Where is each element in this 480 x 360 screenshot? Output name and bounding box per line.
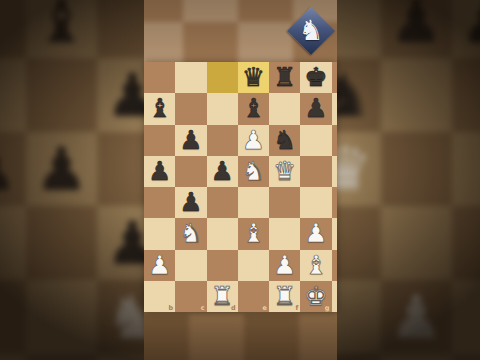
square-e7[interactable]: ♝ — [238, 93, 269, 124]
piece-white-pawn-f2[interactable]: ♟ — [269, 250, 300, 281]
bottom-filler-strip — [144, 312, 337, 360]
bg-square-g2: ♝ — [381, 354, 452, 360]
bg-piece-white-pawn-h2: ♟ — [452, 354, 480, 360]
bg-square-b3 — [26, 280, 97, 354]
board-viewport: ♜♛♜♚♝♝♟♟♟♟♞♟♟♟♞♛♟♞♝♟♟♟♝♟abc♜de♜f♚gh — [144, 62, 337, 312]
bg-square-a6 — [0, 58, 26, 132]
bg-square-b7: ♝ — [26, 0, 97, 58]
piece-white-knight-e5[interactable]: ♞ — [238, 156, 269, 187]
square-g1[interactable]: ♚g — [300, 281, 331, 312]
bg-square-b6 — [26, 58, 97, 132]
bg-square-h4 — [452, 206, 480, 280]
bg-square-a5: ♟ — [0, 132, 26, 206]
square-c6[interactable]: ♟ — [175, 125, 206, 156]
file-label-d: d — [231, 305, 236, 312]
file-label-f: f — [295, 305, 298, 312]
bg-square-b2: ♟ — [26, 354, 97, 360]
square-b7[interactable]: ♝ — [144, 93, 175, 124]
square-h6[interactable] — [332, 125, 338, 156]
square-f4[interactable] — [269, 187, 300, 218]
square-b5[interactable]: ♟ — [144, 156, 175, 187]
piece-black-pawn-g7[interactable]: ♟ — [300, 93, 331, 124]
square-b3[interactable] — [144, 218, 175, 249]
bg-piece-white-pawn-g3: ♟ — [381, 280, 452, 354]
bg-square-g7: ♟ — [381, 0, 452, 58]
bg-piece-white-pawn-b2: ♟ — [26, 354, 97, 360]
bg-piece-black-bishop-b7: ♝ — [26, 0, 97, 58]
piece-white-pawn-h2[interactable]: ♟ — [332, 250, 338, 281]
square-g7[interactable]: ♟ — [300, 93, 331, 124]
bg-square-g3: ♟ — [381, 280, 452, 354]
square-b1[interactable]: b — [144, 281, 175, 312]
bg-piece-white-bishop-g2: ♝ — [381, 354, 452, 360]
bg-square-a3 — [0, 280, 26, 354]
square-g4[interactable] — [300, 187, 331, 218]
square-g3[interactable]: ♟ — [300, 218, 331, 249]
square-f6[interactable]: ♞ — [269, 125, 300, 156]
piece-black-rook-f8[interactable]: ♜ — [269, 62, 300, 93]
square-e2[interactable] — [238, 250, 269, 281]
square-g6[interactable] — [300, 125, 331, 156]
square-b4[interactable] — [144, 187, 175, 218]
square-c4[interactable]: ♟ — [175, 187, 206, 218]
square-d7[interactable] — [207, 93, 238, 124]
square-h3[interactable] — [332, 218, 338, 249]
bg-piece-black-pawn-h7: ♟ — [452, 0, 480, 58]
square-d4[interactable] — [207, 187, 238, 218]
bg-square-a7 — [0, 0, 26, 58]
square-d3[interactable] — [207, 218, 238, 249]
piece-black-pawn-c6[interactable]: ♟ — [175, 125, 206, 156]
square-c2[interactable] — [175, 250, 206, 281]
square-b2[interactable]: ♟ — [144, 250, 175, 281]
bg-square-h2: ♟ — [452, 354, 480, 360]
bg-square-h3 — [452, 280, 480, 354]
square-d5[interactable]: ♟ — [207, 156, 238, 187]
square-f2[interactable]: ♟ — [269, 250, 300, 281]
square-d6[interactable] — [207, 125, 238, 156]
bg-square-a4 — [0, 206, 26, 280]
piece-black-pawn-d5[interactable]: ♟ — [207, 156, 238, 187]
square-g5[interactable] — [300, 156, 331, 187]
bg-square-h6 — [452, 58, 480, 132]
screenshot-root: ♜♛♜♚♝♝♟♟♟♟♞♟♟♟♞♛♟♞♝♟♟♟♝♟♜♜♚ ♜♛♜♚♝♝♟♟♟♟♞♟… — [0, 0, 480, 360]
piece-black-knight-f6[interactable]: ♞ — [269, 125, 300, 156]
piece-black-pawn-c4[interactable]: ♟ — [175, 187, 206, 218]
square-h8[interactable] — [332, 62, 338, 93]
file-label-c: c — [201, 305, 205, 312]
bg-square-b5: ♟ — [26, 132, 97, 206]
bg-square-h7: ♟ — [452, 0, 480, 58]
square-e3[interactable]: ♝ — [238, 218, 269, 249]
bg-square-g6 — [381, 58, 452, 132]
square-d8[interactable] — [207, 62, 238, 93]
square-f1[interactable]: ♜f — [269, 281, 300, 312]
bg-piece-black-pawn-a5: ♟ — [0, 132, 26, 206]
piece-black-pawn-h7[interactable]: ♟ — [332, 93, 338, 124]
piece-white-pawn-b2[interactable]: ♟ — [144, 250, 175, 281]
piece-white-bishop-e3[interactable]: ♝ — [238, 218, 269, 249]
square-c3[interactable]: ♞ — [175, 218, 206, 249]
piece-white-pawn-g3[interactable]: ♟ — [300, 218, 331, 249]
bg-square-h5 — [452, 132, 480, 206]
square-h1[interactable]: h — [332, 281, 338, 312]
piece-black-queen-e8[interactable]: ♛ — [238, 62, 269, 93]
square-c5[interactable] — [175, 156, 206, 187]
bg-square-g4 — [381, 206, 452, 280]
chess-board[interactable]: ♜♛♜♚♝♝♟♟♟♟♞♟♟♟♞♛♟♞♝♟♟♟♝♟abc♜de♜f♚gh — [144, 62, 337, 312]
file-label-b: b — [169, 305, 174, 312]
piece-white-knight-c3[interactable]: ♞ — [175, 218, 206, 249]
square-c1[interactable]: c — [175, 281, 206, 312]
file-label-e: e — [263, 305, 267, 312]
square-f5[interactable]: ♛ — [269, 156, 300, 187]
square-c8[interactable] — [175, 62, 206, 93]
square-e6[interactable]: ♟ — [238, 125, 269, 156]
piece-black-bishop-e7[interactable]: ♝ — [238, 93, 269, 124]
square-f3[interactable] — [269, 218, 300, 249]
square-b6[interactable] — [144, 125, 175, 156]
bg-square-g5 — [381, 132, 452, 206]
piece-white-queen-f5[interactable]: ♛ — [269, 156, 300, 187]
channel-logo: ♞ — [287, 7, 335, 55]
bg-piece-black-pawn-b5: ♟ — [26, 132, 97, 206]
piece-white-pawn-e6[interactable]: ♟ — [238, 125, 269, 156]
bg-square-b4 — [26, 206, 97, 280]
square-h7[interactable]: ♟ — [332, 93, 338, 124]
square-f7[interactable] — [269, 93, 300, 124]
square-h2[interactable]: ♟ — [332, 250, 338, 281]
square-g2[interactable]: ♝ — [300, 250, 331, 281]
piece-black-pawn-b5[interactable]: ♟ — [144, 156, 175, 187]
file-label-g: g — [325, 305, 330, 312]
shade-overlay — [144, 312, 337, 360]
square-d2[interactable] — [207, 250, 238, 281]
square-g8[interactable]: ♚ — [300, 62, 331, 93]
square-b8[interactable] — [144, 62, 175, 93]
square-d1[interactable]: ♜d — [207, 281, 238, 312]
square-h4[interactable] — [332, 187, 338, 218]
square-e8[interactable]: ♛ — [238, 62, 269, 93]
square-f8[interactable]: ♜ — [269, 62, 300, 93]
square-e4[interactable] — [238, 187, 269, 218]
bg-square-a2 — [0, 354, 26, 360]
piece-white-bishop-g2[interactable]: ♝ — [300, 250, 331, 281]
square-h5[interactable] — [332, 156, 338, 187]
square-e5[interactable]: ♞ — [238, 156, 269, 187]
bg-piece-black-pawn-g7: ♟ — [381, 0, 452, 58]
piece-black-king-g8[interactable]: ♚ — [300, 62, 331, 93]
square-c7[interactable] — [175, 93, 206, 124]
piece-black-bishop-b7[interactable]: ♝ — [144, 93, 175, 124]
square-e1[interactable]: e — [238, 281, 269, 312]
knight-logo-icon: ♞ — [287, 7, 335, 55]
